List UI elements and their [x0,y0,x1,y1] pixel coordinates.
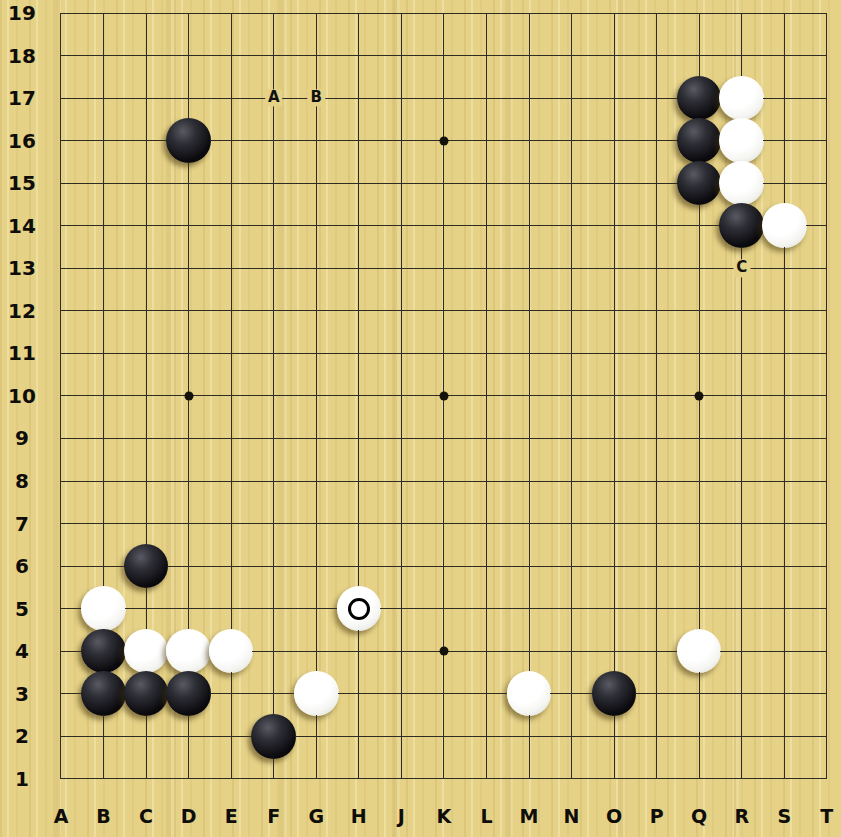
intersection-C15[interactable] [125,162,168,205]
intersection-D15[interactable] [167,162,210,205]
intersection-M14[interactable] [508,204,551,247]
intersection-O13[interactable] [593,247,636,290]
intersection-R5[interactable] [720,587,763,630]
intersection-K5[interactable] [423,587,466,630]
intersection-N4[interactable] [550,630,593,673]
intersection-B3[interactable] [82,672,125,715]
intersection-E2[interactable] [210,715,253,758]
intersection-J12[interactable] [380,290,423,333]
intersection-O7[interactable] [593,502,636,545]
intersection-H15[interactable] [338,162,381,205]
intersection-G9[interactable] [295,417,338,460]
intersection-E9[interactable] [210,417,253,460]
intersection-E6[interactable] [210,545,253,588]
intersection-P4[interactable] [635,630,678,673]
intersection-S7[interactable] [763,502,806,545]
intersection-B13[interactable] [82,247,125,290]
intersection-N15[interactable] [550,162,593,205]
intersection-M4[interactable] [508,630,551,673]
intersection-C16[interactable] [125,119,168,162]
intersection-K15[interactable] [423,162,466,205]
intersection-S14[interactable] [763,204,806,247]
intersection-M11[interactable] [508,332,551,375]
intersection-E4[interactable] [210,630,253,673]
intersection-L6[interactable] [465,545,508,588]
intersection-D10[interactable] [167,375,210,418]
intersection-F2[interactable] [252,715,295,758]
intersection-T12[interactable] [806,290,841,333]
intersection-O11[interactable] [593,332,636,375]
intersection-C2[interactable] [125,715,168,758]
intersection-N18[interactable] [550,34,593,77]
intersection-T16[interactable] [806,119,841,162]
intersection-T3[interactable] [806,672,841,715]
intersection-P18[interactable] [635,34,678,77]
intersection-R7[interactable] [720,502,763,545]
intersection-R13[interactable]: C [720,247,763,290]
intersection-G2[interactable] [295,715,338,758]
intersection-J10[interactable] [380,375,423,418]
intersection-S3[interactable] [763,672,806,715]
intersection-L2[interactable] [465,715,508,758]
intersection-E8[interactable] [210,460,253,503]
intersection-E5[interactable] [210,587,253,630]
intersection-K1[interactable] [423,758,466,801]
intersection-B10[interactable] [82,375,125,418]
intersection-F19[interactable] [252,0,295,34]
intersection-K6[interactable] [423,545,466,588]
intersection-J14[interactable] [380,204,423,247]
intersection-N16[interactable] [550,119,593,162]
intersection-K18[interactable] [423,34,466,77]
intersection-B15[interactable] [82,162,125,205]
intersection-H3[interactable] [338,672,381,715]
intersection-S19[interactable] [763,0,806,34]
intersection-Q1[interactable] [678,758,721,801]
intersection-P17[interactable] [635,77,678,120]
intersection-E11[interactable] [210,332,253,375]
intersection-S15[interactable] [763,162,806,205]
intersection-D11[interactable] [167,332,210,375]
intersection-A8[interactable] [40,460,83,503]
intersection-H1[interactable] [338,758,381,801]
intersection-H17[interactable] [338,77,381,120]
intersection-G3[interactable] [295,672,338,715]
intersection-S13[interactable] [763,247,806,290]
intersection-P10[interactable] [635,375,678,418]
intersection-O1[interactable] [593,758,636,801]
intersection-F5[interactable] [252,587,295,630]
intersection-O8[interactable] [593,460,636,503]
intersection-R12[interactable] [720,290,763,333]
intersection-A12[interactable] [40,290,83,333]
intersection-R1[interactable] [720,758,763,801]
intersection-G5[interactable] [295,587,338,630]
intersection-A4[interactable] [40,630,83,673]
intersection-D1[interactable] [167,758,210,801]
intersection-D6[interactable] [167,545,210,588]
intersection-H14[interactable] [338,204,381,247]
intersection-B8[interactable] [82,460,125,503]
intersection-J8[interactable] [380,460,423,503]
intersection-A19[interactable] [40,0,83,34]
intersection-F6[interactable] [252,545,295,588]
intersection-A16[interactable] [40,119,83,162]
intersection-Q7[interactable] [678,502,721,545]
intersection-K12[interactable] [423,290,466,333]
intersection-E15[interactable] [210,162,253,205]
intersection-J13[interactable] [380,247,423,290]
intersection-A1[interactable] [40,758,83,801]
intersection-P9[interactable] [635,417,678,460]
intersection-B5[interactable] [82,587,125,630]
intersection-Q11[interactable] [678,332,721,375]
intersection-K11[interactable] [423,332,466,375]
intersection-A3[interactable] [40,672,83,715]
intersection-Q5[interactable] [678,587,721,630]
intersection-Q6[interactable] [678,545,721,588]
intersection-H6[interactable] [338,545,381,588]
intersection-D3[interactable] [167,672,210,715]
intersection-Q19[interactable] [678,0,721,34]
intersection-S17[interactable] [763,77,806,120]
intersection-G12[interactable] [295,290,338,333]
intersection-P14[interactable] [635,204,678,247]
intersection-B16[interactable] [82,119,125,162]
intersection-T9[interactable] [806,417,841,460]
intersection-T18[interactable] [806,34,841,77]
intersection-C18[interactable] [125,34,168,77]
intersection-R17[interactable] [720,77,763,120]
intersection-L1[interactable] [465,758,508,801]
intersection-J16[interactable] [380,119,423,162]
intersection-G17[interactable]: B [295,77,338,120]
intersection-G4[interactable] [295,630,338,673]
intersection-R15[interactable] [720,162,763,205]
intersection-K2[interactable] [423,715,466,758]
intersection-R6[interactable] [720,545,763,588]
intersection-D2[interactable] [167,715,210,758]
intersection-J1[interactable] [380,758,423,801]
intersection-S6[interactable] [763,545,806,588]
intersection-Q2[interactable] [678,715,721,758]
intersection-F10[interactable] [252,375,295,418]
intersection-H12[interactable] [338,290,381,333]
intersection-B12[interactable] [82,290,125,333]
intersection-L10[interactable] [465,375,508,418]
intersection-N7[interactable] [550,502,593,545]
intersection-Q16[interactable] [678,119,721,162]
intersection-A9[interactable] [40,417,83,460]
intersection-B18[interactable] [82,34,125,77]
intersection-O19[interactable] [593,0,636,34]
intersection-F18[interactable] [252,34,295,77]
intersection-G15[interactable] [295,162,338,205]
intersection-R10[interactable] [720,375,763,418]
intersection-C10[interactable] [125,375,168,418]
intersection-R3[interactable] [720,672,763,715]
intersection-S2[interactable] [763,715,806,758]
intersection-E3[interactable] [210,672,253,715]
intersection-R19[interactable] [720,0,763,34]
intersection-E17[interactable] [210,77,253,120]
intersection-H8[interactable] [338,460,381,503]
intersection-O3[interactable] [593,672,636,715]
intersection-H7[interactable] [338,502,381,545]
intersection-S11[interactable] [763,332,806,375]
intersection-R14[interactable] [720,204,763,247]
intersection-C6[interactable] [125,545,168,588]
intersection-E14[interactable] [210,204,253,247]
intersection-P16[interactable] [635,119,678,162]
intersection-O15[interactable] [593,162,636,205]
intersection-F7[interactable] [252,502,295,545]
intersection-R16[interactable] [720,119,763,162]
intersection-A5[interactable] [40,587,83,630]
intersection-H9[interactable] [338,417,381,460]
intersection-T2[interactable] [806,715,841,758]
intersection-T11[interactable] [806,332,841,375]
intersection-M15[interactable] [508,162,551,205]
intersection-F16[interactable] [252,119,295,162]
intersection-L3[interactable] [465,672,508,715]
intersection-P13[interactable] [635,247,678,290]
intersection-P2[interactable] [635,715,678,758]
intersection-M9[interactable] [508,417,551,460]
intersection-D4[interactable] [167,630,210,673]
intersection-D18[interactable] [167,34,210,77]
intersection-K9[interactable] [423,417,466,460]
intersection-L11[interactable] [465,332,508,375]
intersection-H2[interactable] [338,715,381,758]
intersection-G18[interactable] [295,34,338,77]
intersection-L17[interactable] [465,77,508,120]
intersection-F11[interactable] [252,332,295,375]
intersection-D13[interactable] [167,247,210,290]
intersection-M12[interactable] [508,290,551,333]
intersection-K7[interactable] [423,502,466,545]
intersection-A15[interactable] [40,162,83,205]
intersection-F8[interactable] [252,460,295,503]
intersection-J5[interactable] [380,587,423,630]
intersection-F12[interactable] [252,290,295,333]
intersection-N8[interactable] [550,460,593,503]
intersection-H18[interactable] [338,34,381,77]
intersection-C3[interactable] [125,672,168,715]
intersection-E1[interactable] [210,758,253,801]
intersection-R11[interactable] [720,332,763,375]
intersection-P12[interactable] [635,290,678,333]
intersection-C1[interactable] [125,758,168,801]
intersection-H4[interactable] [338,630,381,673]
intersection-M6[interactable] [508,545,551,588]
intersection-M1[interactable] [508,758,551,801]
intersection-H10[interactable] [338,375,381,418]
intersection-D9[interactable] [167,417,210,460]
intersection-G7[interactable] [295,502,338,545]
intersection-G11[interactable] [295,332,338,375]
intersection-A13[interactable] [40,247,83,290]
intersection-K8[interactable] [423,460,466,503]
intersection-G19[interactable] [295,0,338,34]
intersection-O12[interactable] [593,290,636,333]
intersection-Q10[interactable] [678,375,721,418]
intersection-E12[interactable] [210,290,253,333]
intersection-L14[interactable] [465,204,508,247]
intersection-C9[interactable] [125,417,168,460]
intersection-R4[interactable] [720,630,763,673]
intersection-R9[interactable] [720,417,763,460]
intersection-M17[interactable] [508,77,551,120]
intersection-Q18[interactable] [678,34,721,77]
intersection-F15[interactable] [252,162,295,205]
intersection-A11[interactable] [40,332,83,375]
intersection-L15[interactable] [465,162,508,205]
intersection-S10[interactable] [763,375,806,418]
intersection-B7[interactable] [82,502,125,545]
intersection-N9[interactable] [550,417,593,460]
intersection-L4[interactable] [465,630,508,673]
intersection-M16[interactable] [508,119,551,162]
intersection-G14[interactable] [295,204,338,247]
intersection-S8[interactable] [763,460,806,503]
intersection-J18[interactable] [380,34,423,77]
intersection-P5[interactable] [635,587,678,630]
intersection-M8[interactable] [508,460,551,503]
intersection-O6[interactable] [593,545,636,588]
intersection-D7[interactable] [167,502,210,545]
intersection-T13[interactable] [806,247,841,290]
intersection-L18[interactable] [465,34,508,77]
intersection-T14[interactable] [806,204,841,247]
intersection-C14[interactable] [125,204,168,247]
intersection-J15[interactable] [380,162,423,205]
intersection-E7[interactable] [210,502,253,545]
intersection-S1[interactable] [763,758,806,801]
intersection-C5[interactable] [125,587,168,630]
intersection-L5[interactable] [465,587,508,630]
intersection-M13[interactable] [508,247,551,290]
intersection-G1[interactable] [295,758,338,801]
intersection-F9[interactable] [252,417,295,460]
intersection-S4[interactable] [763,630,806,673]
intersection-T15[interactable] [806,162,841,205]
intersection-A2[interactable] [40,715,83,758]
intersection-F4[interactable] [252,630,295,673]
intersection-O17[interactable] [593,77,636,120]
intersection-L9[interactable] [465,417,508,460]
intersection-L13[interactable] [465,247,508,290]
intersection-A14[interactable] [40,204,83,247]
intersection-D12[interactable] [167,290,210,333]
intersection-P19[interactable] [635,0,678,34]
intersection-P3[interactable] [635,672,678,715]
intersection-B17[interactable] [82,77,125,120]
intersection-J17[interactable] [380,77,423,120]
intersection-H16[interactable] [338,119,381,162]
intersection-F14[interactable] [252,204,295,247]
intersection-A6[interactable] [40,545,83,588]
intersection-B19[interactable] [82,0,125,34]
intersection-O18[interactable] [593,34,636,77]
intersection-K16[interactable] [423,119,466,162]
intersection-B14[interactable] [82,204,125,247]
intersection-M5[interactable] [508,587,551,630]
intersection-D16[interactable] [167,119,210,162]
intersection-C17[interactable] [125,77,168,120]
intersection-O14[interactable] [593,204,636,247]
intersection-J7[interactable] [380,502,423,545]
intersection-O4[interactable] [593,630,636,673]
intersection-S9[interactable] [763,417,806,460]
intersection-J4[interactable] [380,630,423,673]
intersection-O2[interactable] [593,715,636,758]
intersection-J2[interactable] [380,715,423,758]
intersection-O9[interactable] [593,417,636,460]
intersection-N13[interactable] [550,247,593,290]
intersection-J3[interactable] [380,672,423,715]
intersection-S18[interactable] [763,34,806,77]
intersection-R18[interactable] [720,34,763,77]
intersection-N17[interactable] [550,77,593,120]
intersection-P7[interactable] [635,502,678,545]
intersection-K13[interactable] [423,247,466,290]
intersection-G10[interactable] [295,375,338,418]
intersection-A18[interactable] [40,34,83,77]
intersection-T8[interactable] [806,460,841,503]
intersection-P11[interactable] [635,332,678,375]
intersection-F17[interactable]: A [252,77,295,120]
intersection-H13[interactable] [338,247,381,290]
intersection-H11[interactable] [338,332,381,375]
intersection-B6[interactable] [82,545,125,588]
intersection-T7[interactable] [806,502,841,545]
intersection-B9[interactable] [82,417,125,460]
intersection-K4[interactable] [423,630,466,673]
intersection-G6[interactable] [295,545,338,588]
intersection-G13[interactable] [295,247,338,290]
intersection-D8[interactable] [167,460,210,503]
intersection-H5[interactable] [338,587,381,630]
intersection-N1[interactable] [550,758,593,801]
intersection-N14[interactable] [550,204,593,247]
intersection-N3[interactable] [550,672,593,715]
intersection-N10[interactable] [550,375,593,418]
intersection-A7[interactable] [40,502,83,545]
intersection-K14[interactable] [423,204,466,247]
intersection-G16[interactable] [295,119,338,162]
intersection-B1[interactable] [82,758,125,801]
intersection-P1[interactable] [635,758,678,801]
intersection-C11[interactable] [125,332,168,375]
intersection-Q14[interactable] [678,204,721,247]
intersection-F1[interactable] [252,758,295,801]
intersection-C8[interactable] [125,460,168,503]
intersection-E19[interactable] [210,0,253,34]
intersection-Q8[interactable] [678,460,721,503]
intersection-D5[interactable] [167,587,210,630]
intersection-G8[interactable] [295,460,338,503]
intersection-J9[interactable] [380,417,423,460]
intersection-T6[interactable] [806,545,841,588]
intersection-M2[interactable] [508,715,551,758]
intersection-O10[interactable] [593,375,636,418]
intersection-L19[interactable] [465,0,508,34]
intersection-T4[interactable] [806,630,841,673]
intersection-Q13[interactable] [678,247,721,290]
intersection-B4[interactable] [82,630,125,673]
intersection-M18[interactable] [508,34,551,77]
